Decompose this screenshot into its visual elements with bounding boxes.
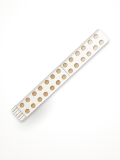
pit-r2-c3[interactable] xyxy=(36,96,43,103)
pit-grid xyxy=(16,30,107,117)
pit-r1-c10[interactable] xyxy=(74,50,81,57)
pit-r1-c9[interactable] xyxy=(68,56,75,63)
pit-r2-c10[interactable] xyxy=(79,56,86,63)
pit-r2-c9[interactable] xyxy=(73,62,80,69)
pit-r1-c12[interactable] xyxy=(86,39,93,46)
pit-r1-c1[interactable] xyxy=(18,102,25,109)
pit-r1-c11[interactable] xyxy=(80,44,87,51)
pit-r2-c2[interactable] xyxy=(30,102,37,109)
mancala-board xyxy=(11,28,110,122)
pit-r2-c4[interactable] xyxy=(42,91,49,98)
pit-r1-c13[interactable] xyxy=(92,33,99,40)
pit-r2-c5[interactable] xyxy=(48,85,55,92)
pit-r2-c11[interactable] xyxy=(85,50,92,57)
pit-r2-c6[interactable] xyxy=(54,79,61,86)
pit-r1-c4[interactable] xyxy=(37,85,44,92)
photo-backdrop xyxy=(0,0,120,160)
pit-r2-c1[interactable] xyxy=(24,108,31,115)
pit-r2-c12[interactable] xyxy=(92,44,99,51)
pit-r1-c5[interactable] xyxy=(43,79,50,86)
pit-r1-c2[interactable] xyxy=(24,96,31,103)
pit-r1-c3[interactable] xyxy=(30,90,37,97)
pit-r1-c6[interactable] xyxy=(49,73,56,80)
pit-r2-c13[interactable] xyxy=(98,39,105,46)
